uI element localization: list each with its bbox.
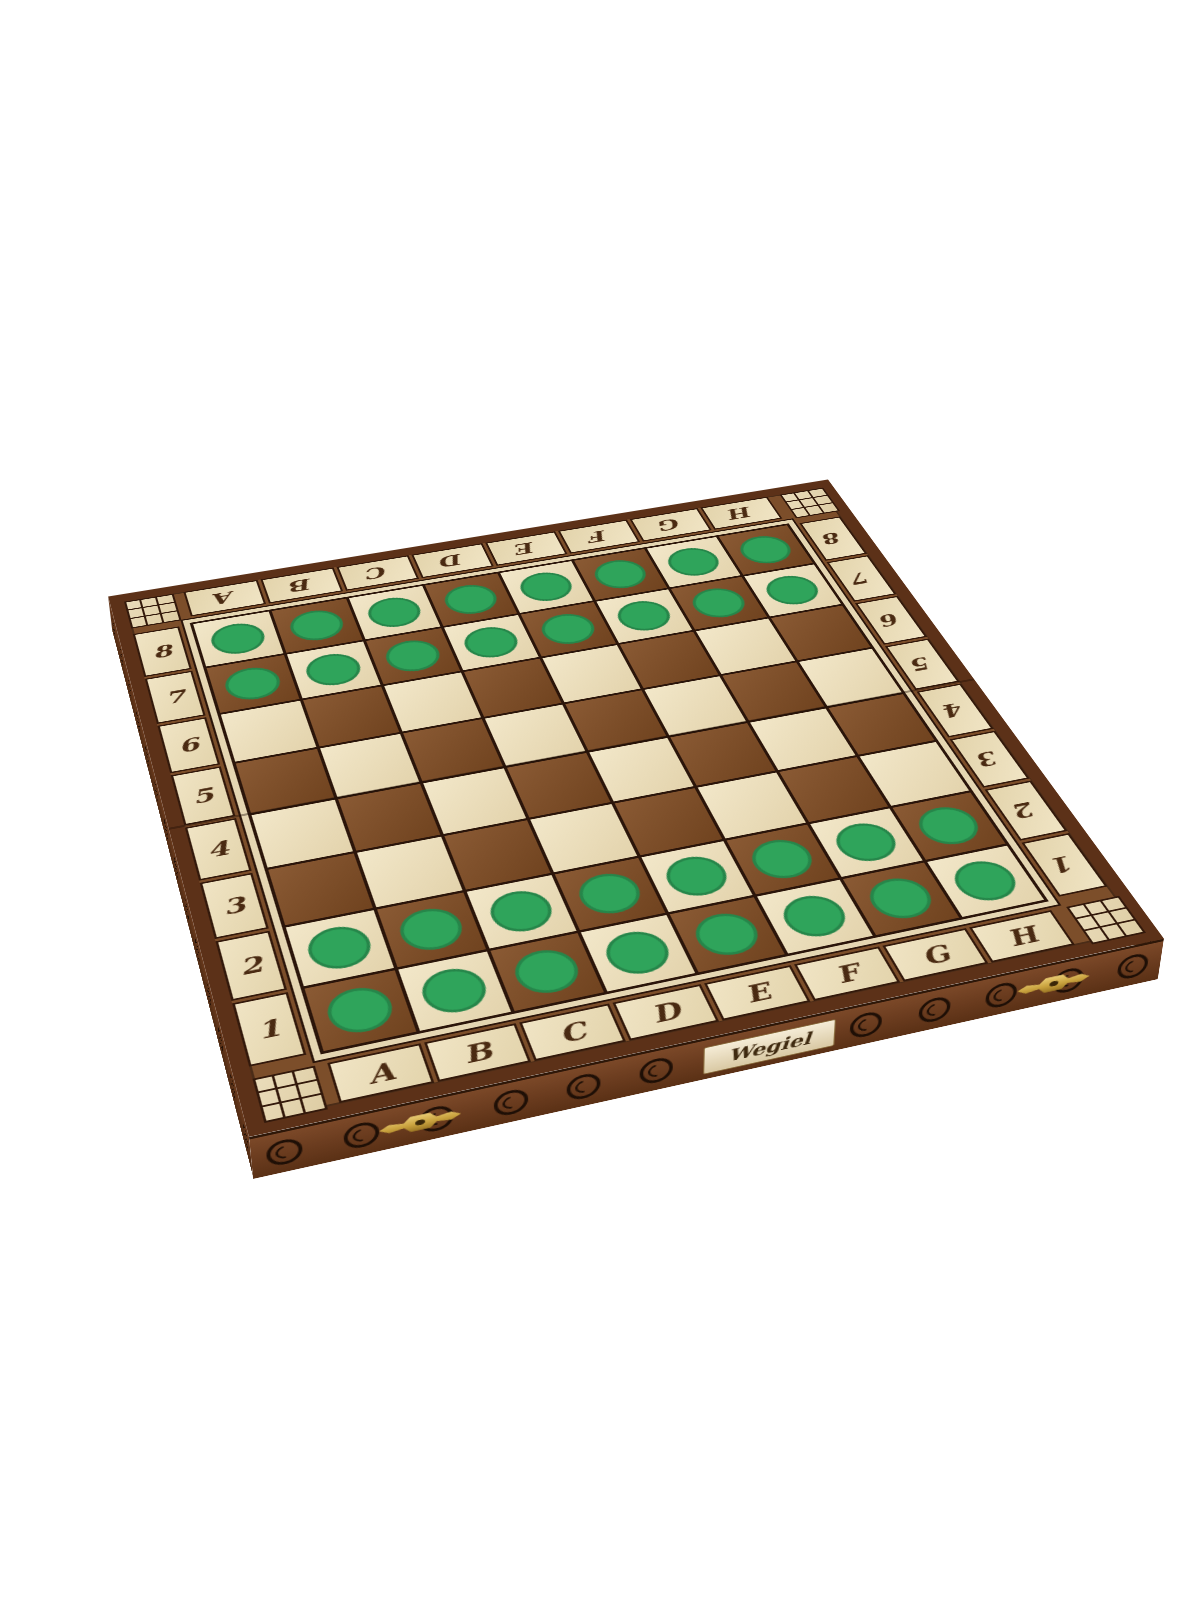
- felt-base: [207, 620, 269, 658]
- piece-glyph: ♜: [309, 907, 411, 1015]
- rank-label-left-2: 2: [215, 931, 287, 1001]
- piece-glyph: ♝: [495, 866, 599, 976]
- piece-glyph: ♜: [937, 784, 1033, 885]
- file-label-front-a: A: [327, 1043, 434, 1103]
- felt-base: [439, 582, 502, 618]
- brand-label: Wegiel: [728, 1028, 812, 1065]
- border-corner-back-left: [124, 594, 181, 629]
- spiral-motif: [265, 1136, 303, 1168]
- file-label-front-c: C: [519, 1003, 626, 1061]
- felt-base: [381, 637, 445, 675]
- felt-base: [733, 533, 797, 567]
- rank-label-left-6: 6: [157, 717, 220, 773]
- piece-glyph: ♞: [850, 796, 951, 902]
- rank-label-left-3: 3: [200, 873, 269, 939]
- file-label-front-d: D: [612, 984, 719, 1040]
- file-label-front-e: E: [704, 965, 810, 1020]
- spiral-motif: [917, 995, 950, 1025]
- scene: ABCDEFGH ABCDEFGH 87654321 87654321 Wegi…: [0, 0, 1200, 1600]
- spiral-motif: [849, 1010, 882, 1040]
- felt-base: [459, 623, 524, 661]
- file-label-front-b: B: [424, 1023, 531, 1082]
- felt-base: [286, 607, 348, 644]
- rank-label-right-7: 7: [827, 555, 897, 602]
- spiral-motif: [985, 980, 1018, 1010]
- spiral-motif: [493, 1087, 528, 1118]
- product-photo: ABCDEFGH ABCDEFGH 87654321 87654321 Wegi…: [0, 0, 1200, 1600]
- border-corner-front-right: [1066, 896, 1146, 945]
- chess-board: ABCDEFGH ABCDEFGH 87654321 87654321 Wegi…: [108, 480, 1164, 1137]
- piece-glyph: ♞: [402, 884, 507, 995]
- spiral-motif: [1116, 951, 1149, 981]
- spiral-motif: [342, 1120, 379, 1152]
- felt-base: [686, 585, 752, 621]
- felt-base: [363, 594, 426, 630]
- felt-base: [515, 569, 578, 604]
- felt-base: [302, 650, 366, 689]
- rank-label-left-1: 1: [232, 992, 306, 1067]
- file-label-front-g: G: [882, 928, 988, 981]
- file-label-front-f: F: [794, 946, 900, 1000]
- felt-base: [759, 572, 825, 608]
- felt-base: [662, 545, 726, 579]
- felt-base: [611, 598, 676, 635]
- border-corner-front-left: [252, 1066, 328, 1123]
- rank-label-right-1: 1: [1021, 833, 1107, 897]
- spiral-motif: [567, 1071, 601, 1102]
- rank-label-left-7: 7: [145, 671, 206, 724]
- felt-base: [221, 664, 284, 704]
- rank-label-right-6: 6: [855, 596, 927, 645]
- file-label-front-h: H: [969, 910, 1075, 963]
- felt-base: [536, 610, 601, 647]
- square-a5[interactable]: [236, 749, 334, 813]
- rank-label-left-8: 8: [133, 626, 192, 677]
- felt-base: [589, 557, 653, 592]
- rank-label-left-4: 4: [185, 818, 252, 881]
- spiral-motif: [639, 1055, 672, 1086]
- rank-label-left-5: 5: [171, 766, 236, 825]
- rank-label-right-4: 4: [916, 683, 993, 737]
